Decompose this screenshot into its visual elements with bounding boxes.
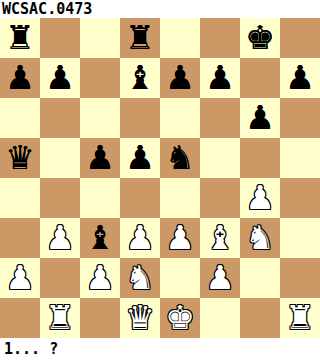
square-b6[interactable] — [40, 98, 80, 138]
square-g3[interactable]: ♞ — [240, 218, 280, 258]
piece-white-pawn: ♟ — [205, 258, 235, 298]
square-e2[interactable] — [160, 258, 200, 298]
square-a5[interactable]: ♛ — [0, 138, 40, 178]
square-a6[interactable] — [0, 98, 40, 138]
piece-white-knight: ♞ — [125, 258, 155, 298]
piece-black-pawn: ♟ — [245, 98, 275, 138]
piece-white-pawn: ♟ — [165, 218, 195, 258]
square-a1[interactable] — [0, 298, 40, 338]
square-d4[interactable] — [120, 178, 160, 218]
piece-white-king: ♚ — [165, 298, 195, 338]
square-c7[interactable] — [80, 58, 120, 98]
piece-white-bishop: ♝ — [205, 218, 235, 258]
piece-black-rook: ♜ — [5, 18, 35, 58]
square-d3[interactable]: ♟ — [120, 218, 160, 258]
piece-white-pawn: ♟ — [45, 218, 75, 258]
piece-black-pawn: ♟ — [165, 58, 195, 98]
square-b7[interactable]: ♟ — [40, 58, 80, 98]
square-g7[interactable] — [240, 58, 280, 98]
square-c8[interactable] — [80, 18, 120, 58]
square-e4[interactable] — [160, 178, 200, 218]
square-g4[interactable]: ♟ — [240, 178, 280, 218]
square-d1[interactable]: ♛ — [120, 298, 160, 338]
square-h7[interactable]: ♟ — [280, 58, 320, 98]
piece-white-pawn: ♟ — [245, 178, 275, 218]
piece-black-pawn: ♟ — [285, 58, 315, 98]
square-e6[interactable] — [160, 98, 200, 138]
square-g5[interactable] — [240, 138, 280, 178]
piece-black-bishop: ♝ — [125, 58, 155, 98]
square-a2[interactable]: ♟ — [0, 258, 40, 298]
piece-black-queen: ♛ — [5, 138, 35, 178]
square-e5[interactable]: ♞ — [160, 138, 200, 178]
square-h3[interactable] — [280, 218, 320, 258]
square-a8[interactable]: ♜ — [0, 18, 40, 58]
square-g6[interactable]: ♟ — [240, 98, 280, 138]
square-h5[interactable] — [280, 138, 320, 178]
piece-black-pawn: ♟ — [85, 138, 115, 178]
square-d8[interactable]: ♜ — [120, 18, 160, 58]
square-d6[interactable] — [120, 98, 160, 138]
square-a4[interactable] — [0, 178, 40, 218]
piece-white-pawn: ♟ — [85, 258, 115, 298]
square-c3[interactable]: ♝ — [80, 218, 120, 258]
square-e1[interactable]: ♚ — [160, 298, 200, 338]
square-f4[interactable] — [200, 178, 240, 218]
piece-black-rook: ♜ — [125, 18, 155, 58]
piece-black-pawn: ♟ — [205, 58, 235, 98]
square-h8[interactable] — [280, 18, 320, 58]
square-g1[interactable] — [240, 298, 280, 338]
square-a3[interactable] — [0, 218, 40, 258]
piece-black-bishop: ♝ — [85, 218, 115, 258]
piece-white-pawn: ♟ — [5, 258, 35, 298]
square-g8[interactable]: ♚ — [240, 18, 280, 58]
chess-board: ♜♜♚♟♟♝♟♟♟♟♛♟♟♞♟♟♝♟♟♝♞♟♟♞♟♜♛♚♜ — [0, 18, 320, 338]
square-f7[interactable]: ♟ — [200, 58, 240, 98]
square-h2[interactable] — [280, 258, 320, 298]
square-b1[interactable]: ♜ — [40, 298, 80, 338]
square-c6[interactable] — [80, 98, 120, 138]
piece-black-king: ♚ — [245, 18, 275, 58]
square-b2[interactable] — [40, 258, 80, 298]
square-f8[interactable] — [200, 18, 240, 58]
square-b8[interactable] — [40, 18, 80, 58]
square-d5[interactable]: ♟ — [120, 138, 160, 178]
square-e3[interactable]: ♟ — [160, 218, 200, 258]
piece-white-rook: ♜ — [45, 298, 75, 338]
piece-white-pawn: ♟ — [125, 218, 155, 258]
square-h4[interactable] — [280, 178, 320, 218]
square-e7[interactable]: ♟ — [160, 58, 200, 98]
square-c4[interactable] — [80, 178, 120, 218]
move-prompt: 1... ? — [0, 338, 58, 360]
square-d2[interactable]: ♞ — [120, 258, 160, 298]
square-h1[interactable]: ♜ — [280, 298, 320, 338]
piece-black-pawn: ♟ — [125, 138, 155, 178]
piece-black-knight: ♞ — [165, 138, 195, 178]
square-f5[interactable] — [200, 138, 240, 178]
square-f3[interactable]: ♝ — [200, 218, 240, 258]
square-f2[interactable]: ♟ — [200, 258, 240, 298]
square-b5[interactable] — [40, 138, 80, 178]
square-f6[interactable] — [200, 98, 240, 138]
square-a7[interactable]: ♟ — [0, 58, 40, 98]
piece-black-pawn: ♟ — [45, 58, 75, 98]
square-d7[interactable]: ♝ — [120, 58, 160, 98]
square-c1[interactable] — [80, 298, 120, 338]
puzzle-title: WCSAC.0473 — [0, 0, 92, 18]
piece-white-queen: ♛ — [125, 298, 155, 338]
piece-white-knight: ♞ — [245, 218, 275, 258]
square-e8[interactable] — [160, 18, 200, 58]
square-b4[interactable] — [40, 178, 80, 218]
status-bar: 1... ? — [0, 338, 320, 360]
square-f1[interactable] — [200, 298, 240, 338]
piece-white-rook: ♜ — [285, 298, 315, 338]
square-g2[interactable] — [240, 258, 280, 298]
square-c5[interactable]: ♟ — [80, 138, 120, 178]
square-h6[interactable] — [280, 98, 320, 138]
square-b3[interactable]: ♟ — [40, 218, 80, 258]
piece-black-pawn: ♟ — [5, 58, 35, 98]
title-bar: WCSAC.0473 — [0, 0, 320, 18]
square-c2[interactable]: ♟ — [80, 258, 120, 298]
